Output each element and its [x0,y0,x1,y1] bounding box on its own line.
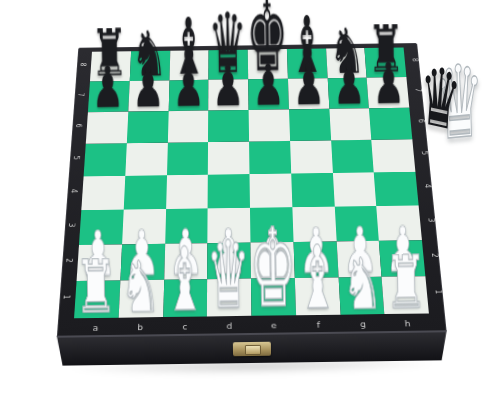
chess-set-photo: ♜♞♝♛♚♝♞♜♟♟♟♟♟♟♟♟♟♟♟♟♟♟♟♟♜♞♝♛♚♝♞♜ 8765432… [0,0,500,419]
square-f2: ♟ [293,241,338,278]
rank-label-8-right: 8 [410,58,417,62]
square-d5 [208,142,249,175]
file-label-d: d [207,322,252,331]
square-a8: ♜ [90,51,131,81]
file-label-h: h [385,320,430,329]
square-a3 [79,210,124,245]
square-f1: ♝ [295,277,341,315]
rank-label-7-left: 7 [76,93,83,97]
square-e4 [250,174,293,208]
square-e2: ♟ [250,242,294,279]
square-d7: ♟ [208,79,248,110]
square-a6 [86,112,128,144]
square-c4 [166,175,208,209]
square-f5 [290,140,333,173]
square-c8: ♝ [169,50,209,80]
square-a5 [84,143,127,176]
rank-label-6-left: 6 [74,124,82,128]
square-b6 [127,111,169,143]
square-e5 [249,141,291,174]
square-g8: ♞ [326,48,367,78]
file-label-g: g [341,320,386,329]
square-f8: ♝ [287,49,328,79]
square-e7: ♟ [248,79,289,110]
square-e1: ♚ [251,278,296,316]
square-e3 [250,207,293,242]
square-g2: ♟ [336,241,382,278]
square-d2: ♟ [207,243,251,280]
square-b4 [123,175,166,209]
rank-label-5-left: 5 [71,156,79,160]
square-g5 [331,140,374,173]
file-label-a: a [73,324,118,333]
rank-label-3-left: 3 [66,223,74,227]
piece-black-queen-d8: ♛ [206,10,249,79]
square-a1: ♜ [74,280,120,318]
square-d1: ♛ [207,279,251,317]
square-c2: ♟ [164,243,208,280]
spare-black-queen: ♛ [417,61,463,136]
square-a4 [81,176,125,210]
rank-label-4-left: 4 [69,189,77,193]
square-b3 [122,209,166,244]
square-b7: ♟ [128,80,169,111]
chessboard: ♜♞♝♛♚♝♞♜♟♟♟♟♟♟♟♟♟♟♟♟♟♟♟♟♜♞♝♛♚♝♞♜ 8765432… [57,43,447,338]
clasp-latch-icon [233,342,271,357]
rank-label-2-left: 2 [64,258,72,262]
square-a2: ♟ [77,244,122,281]
piece-black-bishop-c8: ♝ [168,15,208,79]
square-e8: ♚ [248,49,288,79]
square-b8: ♞ [130,51,170,81]
square-h8: ♜ [365,47,407,77]
square-e6 [249,109,290,141]
piece-black-knight-b8: ♞ [127,28,170,80]
square-a7: ♟ [88,81,130,112]
square-f3 [292,207,336,242]
square-c1: ♝ [163,279,208,317]
piece-black-king-e8: ♚ [246,0,289,79]
square-d8: ♛ [209,50,249,80]
square-h5 [372,139,416,172]
square-g7: ♟ [327,78,369,109]
square-h7: ♟ [367,77,409,108]
square-f4 [291,173,334,207]
square-c3 [165,208,208,243]
square-g3 [334,206,379,241]
square-g4 [332,172,376,206]
square-f6 [289,109,331,141]
square-g1: ♞ [338,277,384,315]
file-label-e: e [252,322,297,331]
file-label-b: b [118,323,163,332]
rank-label-1-left: 1 [61,295,69,300]
square-b2: ♟ [120,244,165,281]
square-d3 [208,208,251,243]
square-b5 [125,143,167,176]
file-label-f: f [296,321,341,330]
piece-black-rook-h8: ♜ [364,23,409,77]
square-b1: ♞ [118,280,163,318]
square-h6 [369,108,412,140]
piece-black-rook-a8: ♜ [87,27,132,81]
square-c7: ♟ [168,80,208,111]
board-frame: ♜♞♝♛♚♝♞♜♟♟♟♟♟♟♟♟♟♟♟♟♟♟♟♟♜♞♝♛♚♝♞♜ 8765432… [57,43,447,338]
case-front-face [57,330,447,365]
square-d6 [208,110,249,142]
square-f7: ♟ [288,78,329,109]
file-label-c: c [162,323,207,332]
piece-black-bishop-f8: ♝ [287,14,327,78]
square-c6 [167,110,208,142]
board-grid: ♜♞♝♛♚♝♞♜♟♟♟♟♟♟♟♟♟♟♟♟♟♟♟♟♜♞♝♛♚♝♞♜ [74,47,429,318]
piece-black-knight-g8: ♞ [325,25,368,77]
spare-pieces-tray: ♛♛ [412,112,500,292]
rank-label-8-left: 8 [78,63,85,67]
square-c5 [167,142,209,175]
square-d4 [208,174,250,208]
square-g6 [329,108,372,140]
